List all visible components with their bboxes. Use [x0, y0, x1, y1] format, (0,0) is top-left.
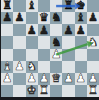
square-c6[interactable]: ♟ [26, 24, 38, 36]
square-h7[interactable]: ♟ [87, 12, 99, 24]
white-knight[interactable]: ♞ [88, 36, 98, 48]
square-a7[interactable]: ♟ [1, 12, 13, 24]
square-c5[interactable] [26, 36, 38, 48]
white-rook[interactable]: ♜ [39, 85, 49, 97]
black-bishop[interactable]: ♝ [26, 0, 36, 11]
square-g4[interactable] [75, 49, 87, 61]
square-b3[interactable]: ♟ [13, 61, 25, 73]
black-pawn[interactable]: ♟ [39, 24, 49, 36]
square-b5[interactable] [13, 36, 25, 48]
square-e7[interactable]: ♞ [50, 12, 62, 24]
black-pawn[interactable]: ♟ [75, 24, 85, 36]
black-knight[interactable]: ♞ [51, 12, 61, 24]
square-f4[interactable] [62, 49, 74, 61]
white-pawn[interactable]: ♟ [14, 60, 24, 72]
square-g5[interactable] [75, 36, 87, 48]
white-pawn[interactable]: ♟ [63, 73, 73, 85]
white-pawn[interactable]: ♟ [2, 73, 12, 85]
square-f8[interactable]: ♜ [62, 0, 74, 12]
square-d1[interactable]: ♜ [38, 85, 50, 97]
square-f6[interactable]: ♟ [62, 24, 74, 36]
square-b1[interactable] [13, 85, 25, 97]
black-pawn[interactable]: ♟ [88, 12, 98, 24]
square-g6[interactable]: ♟ [75, 24, 87, 36]
square-a6[interactable] [1, 24, 13, 36]
white-pawn[interactable]: ♟ [75, 73, 85, 85]
square-g1[interactable] [75, 85, 87, 97]
black-rook[interactable]: ♜ [63, 0, 73, 11]
square-f1[interactable] [62, 85, 74, 97]
black-pawn[interactable]: ♟ [14, 12, 24, 24]
square-f2[interactable]: ♟ [62, 73, 74, 85]
square-a5[interactable] [1, 36, 13, 48]
square-f5[interactable] [62, 36, 74, 48]
white-pawn[interactable]: ♟ [51, 48, 61, 60]
black-pawn[interactable]: ♟ [63, 24, 73, 36]
white-king[interactable]: ♚ [26, 85, 36, 97]
square-c8[interactable]: ♝ [26, 0, 38, 12]
square-a1[interactable] [1, 85, 13, 97]
white-queen[interactable]: ♛ [51, 73, 61, 85]
square-b6[interactable] [13, 24, 25, 36]
square-d5[interactable] [38, 36, 50, 48]
square-e2[interactable]: ♛ [50, 73, 62, 85]
square-h5[interactable]: ♞ [87, 36, 99, 48]
square-h4[interactable] [87, 49, 99, 61]
square-b2[interactable] [13, 73, 25, 85]
black-pawn[interactable]: ♟ [26, 24, 36, 36]
square-e4[interactable]: ♟ [50, 49, 62, 61]
square-d4[interactable] [38, 49, 50, 61]
chess-board: ♜♝♜♚♟♟♛♞♝♟♟♟♟♟♞♞♟♝♟♞♟♟♟♛♟♟♟♚♜♜ [1, 0, 99, 97]
square-g2[interactable]: ♟ [75, 73, 87, 85]
square-h1[interactable]: ♜ [87, 85, 99, 97]
square-d6[interactable]: ♟ [38, 24, 50, 36]
square-b7[interactable]: ♟ [13, 12, 25, 24]
square-e1[interactable] [50, 85, 62, 97]
square-c1[interactable]: ♚ [26, 85, 38, 97]
white-rook[interactable]: ♜ [88, 85, 98, 97]
black-pawn[interactable]: ♟ [2, 12, 12, 24]
square-a2[interactable]: ♟ [1, 73, 13, 85]
